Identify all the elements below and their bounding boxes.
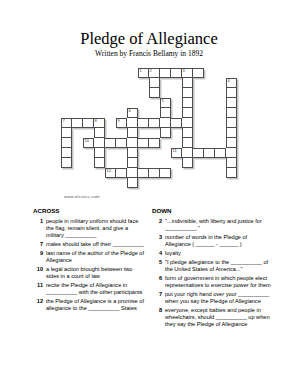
grid-cell[interactable] (226, 168, 237, 178)
clue-text: "I pledge allegiance to the __________ o… (165, 259, 274, 273)
cell-number: 6 (129, 109, 131, 113)
grid-cell[interactable] (226, 158, 237, 168)
grid-cell[interactable] (226, 108, 237, 118)
page-subtitle: Written by Francis Bellamy in 1892 (0, 49, 298, 58)
cell-number: 5 (162, 99, 164, 103)
grid-cell[interactable] (171, 68, 182, 78)
clue-text: males should take off their __________ (46, 241, 146, 248)
grid-cell[interactable] (204, 148, 215, 158)
clue-text: put your right hand over your __________… (165, 291, 274, 305)
across-heading: ACROSS (33, 207, 59, 214)
grid-cell[interactable] (138, 138, 149, 148)
grid-cell[interactable] (226, 138, 237, 148)
clue: 7put your right hand over your _________… (152, 291, 274, 305)
grid-cell[interactable] (182, 138, 193, 148)
grid-cell[interactable]: 7 (61, 118, 72, 128)
clue-number: 4 (152, 250, 165, 257)
grid-cell[interactable] (149, 118, 160, 128)
across-clue-list: 1people in military uniform should face … (33, 218, 146, 314)
grid-cell[interactable]: 5 (160, 98, 171, 108)
grid-cell[interactable] (94, 148, 105, 158)
grid-cell[interactable] (127, 178, 138, 188)
grid-cell[interactable] (138, 118, 149, 128)
grid-cell[interactable] (127, 158, 138, 168)
grid-cell[interactable] (182, 118, 193, 128)
grid-cell[interactable]: 11 (171, 148, 182, 158)
clue-number: 11 (33, 282, 46, 296)
grid-cell[interactable] (226, 118, 237, 128)
grid-cell[interactable] (171, 118, 182, 128)
clue-text: "...indivisible, with liberty and justic… (165, 218, 274, 232)
clue-number: 7 (152, 291, 165, 305)
clue: 12the Pledge of Allegiance is a promise … (33, 298, 146, 312)
grid-cell[interactable] (127, 118, 138, 128)
grid-cell[interactable] (182, 128, 193, 138)
grid-cell[interactable]: 3 (182, 68, 193, 78)
grid-cell[interactable] (182, 98, 193, 108)
clue: 1people in military uniform should face … (33, 218, 146, 239)
grid-cell[interactable] (160, 128, 171, 138)
grid-cell[interactable]: 10 (83, 138, 94, 148)
cell-number: 3 (183, 69, 185, 73)
clue-text: the Pledge of Allegiance is a promise of… (46, 298, 146, 312)
cell-number: 7 (63, 119, 65, 123)
cell-number: 11 (173, 149, 177, 153)
clue: 3number of words in the Pledge of Allegi… (152, 234, 274, 248)
clue-number: 3 (152, 234, 165, 248)
grid-cell[interactable] (72, 118, 83, 128)
clue-number: 7 (33, 241, 46, 248)
grid-cell[interactable]: 6 (127, 108, 138, 118)
clue-text: loyalty (165, 250, 274, 257)
clue-number: 2 (152, 218, 165, 232)
grid-cell[interactable] (182, 148, 193, 158)
clue-text: recite the Pledge of Allegiance in _____… (46, 282, 146, 296)
grid-cell[interactable] (94, 128, 105, 138)
clue: 5"I pledge allegiance to the __________ … (152, 259, 274, 273)
grid-cell[interactable] (226, 98, 237, 108)
grid-cell[interactable]: 9 (116, 118, 127, 128)
grid-cell[interactable] (127, 128, 138, 138)
source-url: www.elcivics.com (64, 194, 100, 199)
grid-cell[interactable]: 4 (226, 78, 237, 88)
clue-number: 8 (152, 307, 165, 328)
grid-cell[interactable] (182, 78, 193, 88)
clue: 7males should take off their __________ (33, 241, 146, 248)
grid-cell[interactable] (160, 68, 171, 78)
grid-cell[interactable] (160, 118, 171, 128)
grid-cell[interactable]: 1 (138, 68, 149, 78)
clue: 4loyalty (152, 250, 274, 257)
grid-cell[interactable] (138, 168, 149, 178)
grid-cell[interactable]: 12 (105, 168, 116, 178)
clue: 8everyone, except babies and people in w… (152, 307, 274, 328)
grid-cell[interactable]: 2 (149, 68, 160, 78)
grid-cell[interactable] (61, 128, 72, 138)
clue-text: form of government in which people elect… (165, 275, 274, 289)
grid-cell[interactable] (215, 148, 226, 158)
grid-cell[interactable] (61, 138, 72, 148)
grid-cell[interactable] (193, 148, 204, 158)
grid-cell[interactable] (226, 128, 237, 138)
grid-cell[interactable] (94, 158, 105, 168)
clue-number: 5 (152, 259, 165, 273)
grid-cell[interactable] (83, 118, 94, 128)
grid-cell[interactable] (182, 158, 193, 168)
grid-cell[interactable] (116, 138, 127, 148)
grid-cell[interactable] (149, 88, 160, 98)
grid-cell[interactable] (61, 158, 72, 168)
clue: 6form of government in which people elec… (152, 275, 274, 289)
clue: 11recite the Pledge of Allegiance in ___… (33, 282, 146, 296)
grid-cell[interactable] (149, 78, 160, 88)
grid-cell[interactable] (94, 138, 105, 148)
grid-cell[interactable] (105, 138, 116, 148)
cell-number: 2 (150, 69, 152, 73)
cell-number: 8 (95, 119, 97, 123)
grid-cell[interactable] (116, 168, 127, 178)
grid-cell[interactable] (149, 168, 160, 178)
clue-number: 12 (33, 298, 46, 312)
clue-number: 10 (33, 266, 46, 280)
page-title: Pledge of Allegiance (0, 29, 298, 49)
down-clue-list: 2"...indivisible, with liberty and justi… (152, 218, 274, 330)
grid-cell[interactable] (226, 88, 237, 98)
clue-text: a legal action brought between two sides… (46, 266, 146, 280)
clue: 10a legal action brought between two sid… (33, 266, 146, 280)
clue-number: 6 (152, 275, 165, 289)
clue-text: everyone, except babies and people in wh… (165, 307, 274, 328)
grid-cell[interactable] (127, 148, 138, 158)
clue-text: last name of the author of the Pledge of… (46, 250, 146, 264)
cell-number: 12 (107, 169, 111, 173)
grid-cell[interactable]: 8 (94, 118, 105, 128)
clue-text: people in military uniform should face t… (46, 218, 146, 239)
grid-cell[interactable] (160, 168, 171, 178)
grid-cell[interactable] (193, 68, 204, 78)
grid-cell[interactable] (182, 108, 193, 118)
clue: 2"...indivisible, with liberty and justi… (152, 218, 274, 232)
grid-cell[interactable] (226, 148, 237, 158)
grid-cell[interactable] (149, 138, 160, 148)
cell-number: 9 (118, 119, 120, 123)
clue-text: number of words in the Pledge of Allegia… (165, 234, 274, 248)
cell-number: 4 (228, 79, 230, 83)
clue-number: 9 (33, 250, 46, 264)
cell-number: 10 (85, 139, 89, 143)
grid-cell[interactable] (127, 168, 138, 178)
cell-number: 1 (140, 69, 142, 73)
clue: 9last name of the author of the Pledge o… (33, 250, 146, 264)
crossword-grid: 123456789101112 (61, 68, 237, 188)
grid-cell[interactable] (182, 88, 193, 98)
worksheet-page: Pledge of Allegiance Written by Francis … (0, 0, 298, 386)
grid-cell[interactable] (61, 148, 72, 158)
clue-number: 1 (33, 218, 46, 239)
grid-cell[interactable] (160, 108, 171, 118)
grid-cell[interactable] (127, 138, 138, 148)
down-heading: DOWN (152, 207, 172, 214)
